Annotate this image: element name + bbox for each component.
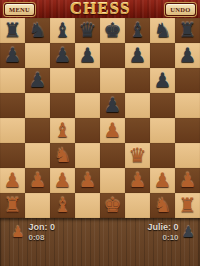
black-queen[interactable]: ♛ (79, 18, 97, 43)
square-c7[interactable]: ♟ (50, 43, 75, 68)
menu-button[interactable]: MENU (4, 3, 35, 16)
black-pawn[interactable]: ♟ (129, 43, 147, 68)
white-player-clock: 0:08 (28, 233, 55, 242)
app-title: CHESS (70, 0, 131, 18)
title-bar: MENU CHESS UNDO (0, 0, 200, 18)
white-bishop[interactable]: ♝ (54, 118, 72, 143)
black-bishop[interactable]: ♝ (54, 18, 72, 43)
square-e7[interactable] (100, 43, 125, 68)
white-rook[interactable]: ♜ (179, 193, 197, 218)
black-pawn[interactable]: ♟ (104, 93, 122, 118)
black-player-score: Julie: 0 (148, 222, 179, 232)
white-pawn[interactable]: ♟ (154, 168, 172, 193)
white-pawn[interactable]: ♟ (104, 118, 122, 143)
player-black-panel: Julie: 0 0:10 ♟ (148, 222, 195, 242)
square-d2[interactable]: ♟ (75, 168, 100, 193)
square-g7[interactable] (150, 43, 175, 68)
chess-app: MENU CHESS UNDO ♜♞♝♛♚♝♞♜♟♟♟♟♟♟♟♟♝♟♞♛♟♟♟♟… (0, 0, 200, 266)
square-f4[interactable] (125, 118, 150, 143)
square-b8[interactable]: ♞ (25, 18, 50, 43)
black-pawn[interactable]: ♟ (179, 43, 197, 68)
white-pawn[interactable]: ♟ (79, 168, 97, 193)
white-knight[interactable]: ♞ (54, 143, 72, 168)
square-h3[interactable] (175, 143, 200, 168)
square-g1[interactable]: ♞ (150, 193, 175, 218)
white-player-score: Jon: 0 (28, 222, 55, 232)
square-b7[interactable] (25, 43, 50, 68)
black-pawn-icon: ♟ (182, 222, 195, 242)
square-e1[interactable]: ♚ (100, 193, 125, 218)
black-pawn[interactable]: ♟ (4, 43, 22, 68)
square-d6[interactable] (75, 68, 100, 93)
black-bishop[interactable]: ♝ (129, 18, 147, 43)
square-a1[interactable]: ♜ (0, 193, 25, 218)
chess-board: ♜♞♝♛♚♝♞♜♟♟♟♟♟♟♟♟♝♟♞♛♟♟♟♟♟♟♟♜♝♚♞♜ (0, 18, 200, 218)
square-e2[interactable] (100, 168, 125, 193)
square-b4[interactable] (25, 118, 50, 143)
square-a2[interactable]: ♟ (0, 168, 25, 193)
square-b5[interactable] (25, 93, 50, 118)
square-a8[interactable]: ♜ (0, 18, 25, 43)
black-pawn[interactable]: ♟ (54, 43, 72, 68)
square-f7[interactable]: ♟ (125, 43, 150, 68)
black-pawn[interactable]: ♟ (79, 43, 97, 68)
square-f1[interactable] (125, 193, 150, 218)
square-b6[interactable]: ♟ (25, 68, 50, 93)
square-g6[interactable]: ♟ (150, 68, 175, 93)
square-a6[interactable] (0, 68, 25, 93)
square-a7[interactable]: ♟ (0, 43, 25, 68)
square-e3[interactable] (100, 143, 125, 168)
square-h1[interactable]: ♜ (175, 193, 200, 218)
square-h6[interactable] (175, 68, 200, 93)
square-e6[interactable] (100, 68, 125, 93)
square-g8[interactable]: ♞ (150, 18, 175, 43)
square-d3[interactable] (75, 143, 100, 168)
square-h2[interactable]: ♟ (175, 168, 200, 193)
status-bar: ♟ Jon: 0 0:08 Julie: 0 0:10 ♟ (0, 218, 200, 266)
square-e8[interactable]: ♚ (100, 18, 125, 43)
white-rook[interactable]: ♜ (4, 193, 22, 218)
white-queen[interactable]: ♛ (129, 143, 147, 168)
white-pawn[interactable]: ♟ (54, 168, 72, 193)
square-h5[interactable] (175, 93, 200, 118)
square-d4[interactable] (75, 118, 100, 143)
black-king[interactable]: ♚ (104, 18, 122, 43)
square-c8[interactable]: ♝ (50, 18, 75, 43)
square-f2[interactable]: ♟ (125, 168, 150, 193)
square-b1[interactable] (25, 193, 50, 218)
square-h4[interactable] (175, 118, 200, 143)
square-c6[interactable] (50, 68, 75, 93)
square-g5[interactable] (150, 93, 175, 118)
black-pawn[interactable]: ♟ (29, 68, 47, 93)
white-knight[interactable]: ♞ (154, 193, 172, 218)
black-knight[interactable]: ♞ (29, 18, 47, 43)
square-c4[interactable]: ♝ (50, 118, 75, 143)
white-pawn-icon: ♟ (11, 222, 24, 242)
white-pawn[interactable]: ♟ (129, 168, 147, 193)
black-rook[interactable]: ♜ (179, 18, 197, 43)
square-g3[interactable] (150, 143, 175, 168)
black-player-clock: 0:10 (148, 233, 179, 242)
player-white-panel: ♟ Jon: 0 0:08 (5, 222, 55, 242)
square-c5[interactable] (50, 93, 75, 118)
square-d8[interactable]: ♛ (75, 18, 100, 43)
white-pawn[interactable]: ♟ (179, 168, 197, 193)
square-e5[interactable]: ♟ (100, 93, 125, 118)
square-f8[interactable]: ♝ (125, 18, 150, 43)
square-d7[interactable]: ♟ (75, 43, 100, 68)
square-b2[interactable]: ♟ (25, 168, 50, 193)
black-knight[interactable]: ♞ (154, 18, 172, 43)
square-c3[interactable]: ♞ (50, 143, 75, 168)
white-king[interactable]: ♚ (104, 193, 122, 218)
square-h8[interactable]: ♜ (175, 18, 200, 43)
square-f6[interactable] (125, 68, 150, 93)
square-a3[interactable] (0, 143, 25, 168)
white-pawn[interactable]: ♟ (4, 168, 22, 193)
square-g4[interactable] (150, 118, 175, 143)
square-e4[interactable]: ♟ (100, 118, 125, 143)
undo-button[interactable]: UNDO (165, 3, 196, 16)
square-f5[interactable] (125, 93, 150, 118)
square-a4[interactable] (0, 118, 25, 143)
black-rook[interactable]: ♜ (4, 18, 22, 43)
square-g2[interactable]: ♟ (150, 168, 175, 193)
square-f3[interactable]: ♛ (125, 143, 150, 168)
square-b3[interactable] (25, 143, 50, 168)
square-a5[interactable] (0, 93, 25, 118)
square-c1[interactable]: ♝ (50, 193, 75, 218)
black-pawn[interactable]: ♟ (154, 68, 172, 93)
white-pawn[interactable]: ♟ (29, 168, 47, 193)
white-bishop[interactable]: ♝ (54, 193, 72, 218)
square-d1[interactable] (75, 193, 100, 218)
square-d5[interactable] (75, 93, 100, 118)
square-h7[interactable]: ♟ (175, 43, 200, 68)
square-c2[interactable]: ♟ (50, 168, 75, 193)
